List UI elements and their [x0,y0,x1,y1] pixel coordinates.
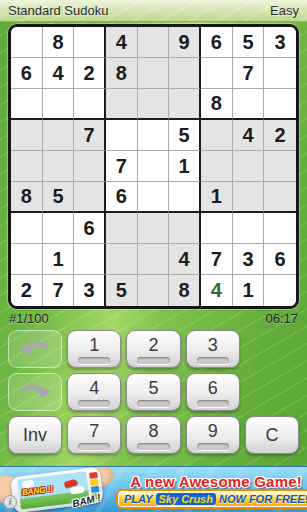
cell-r6c2[interactable]: 5 [43,182,75,213]
status-bar: #1/100 06:17 [0,309,307,328]
digit-button-6[interactable]: 6 [186,373,240,411]
cell-r6c5[interactable] [138,182,170,213]
digit-button-9[interactable]: 9 [186,416,240,454]
cell-r1c1[interactable] [11,27,43,58]
digit-button-1[interactable]: 1 [67,330,121,368]
cell-r9c4[interactable]: 5 [106,275,138,306]
cell-r8c6[interactable]: 4 [169,244,201,275]
cell-r6c4[interactable]: 6 [106,182,138,213]
cell-r2c2[interactable]: 4 [43,58,75,89]
undo-button[interactable] [8,330,62,368]
cell-r9c8[interactable]: 1 [233,275,265,306]
digit-label: 8 [148,423,158,440]
cell-r2c6[interactable] [169,58,201,89]
cell-r7c1[interactable] [11,213,43,244]
digit-progress-pill [78,400,110,407]
cell-r3c3[interactable] [74,89,106,120]
cell-r9c3[interactable]: 3 [74,275,106,306]
cell-r8c1[interactable] [11,244,43,275]
ad-cta-button[interactable]: PLAY Sky Crush NOW FOR FREE! [118,491,307,507]
digit-label: 2 [148,337,158,354]
cell-r5c8[interactable] [233,151,265,182]
digit-button-8[interactable]: 8 [126,416,180,454]
keypad-spacer [245,330,299,368]
cell-r4c3[interactable]: 7 [74,120,106,151]
undo-icon [17,334,53,364]
cell-r2c7[interactable] [201,58,233,89]
cell-r3c1[interactable] [11,89,43,120]
cell-r3c9[interactable] [264,89,296,120]
cell-r2c5[interactable] [138,58,170,89]
digit-button-3[interactable]: 3 [186,330,240,368]
cell-r3c8[interactable] [233,89,265,120]
cell-r1c9[interactable]: 3 [264,27,296,58]
cell-r4c6[interactable]: 5 [169,120,201,151]
cell-r4c4[interactable] [106,120,138,151]
redo-icon [17,377,53,407]
cell-r9c9[interactable] [264,275,296,306]
digit-progress-pill [137,400,169,407]
digit-label: 5 [148,380,158,397]
cell-r9c5[interactable] [138,275,170,306]
cell-r7c8[interactable] [233,213,265,244]
cell-r1c5[interactable] [138,27,170,58]
redo-button[interactable] [8,373,62,411]
cell-r8c7[interactable]: 7 [201,244,233,275]
digit-progress-pill [197,357,229,364]
cell-r8c5[interactable] [138,244,170,275]
cell-r7c4[interactable] [106,213,138,244]
cell-r6c7[interactable]: 1 [201,182,233,213]
digit-label: 7 [89,423,99,440]
digit-progress-pill [78,357,110,364]
cell-r4c9[interactable]: 2 [264,120,296,151]
cell-r1c4[interactable]: 4 [106,27,138,58]
cell-r3c4[interactable] [106,89,138,120]
cell-r7c3[interactable]: 6 [74,213,106,244]
invert-button[interactable]: Inv [8,416,62,454]
cell-r3c6[interactable] [169,89,201,120]
cell-r7c9[interactable] [264,213,296,244]
digit-label: 4 [89,380,99,397]
digit-button-2[interactable]: 2 [126,330,180,368]
cell-r4c2[interactable] [43,120,75,151]
digit-progress-pill [137,357,169,364]
cell-r1c2[interactable]: 8 [43,27,75,58]
cell-r5c1[interactable] [11,151,43,182]
cell-r8c9[interactable]: 6 [264,244,296,275]
cell-r4c5[interactable] [138,120,170,151]
cell-r6c8[interactable] [233,182,265,213]
cell-r3c5[interactable] [138,89,170,120]
cell-r1c3[interactable] [74,27,106,58]
keypad-spacer [245,373,299,411]
cell-r9c7[interactable]: 4 [201,275,233,306]
cell-r2c8[interactable]: 7 [233,58,265,89]
cloud-shape [70,485,85,494]
digit-label: 6 [208,380,218,397]
digit-progress-pill [197,443,229,450]
cta-free-text: NOW FOR FREE! [219,493,307,505]
cell-r2c4[interactable]: 8 [106,58,138,89]
cell-r8c8[interactable]: 3 [233,244,265,275]
digit-label: 9 [208,423,218,440]
cell-r3c7[interactable]: 8 [201,89,233,120]
cell-r9c2[interactable]: 7 [43,275,75,306]
info-icon[interactable]: i [3,495,17,509]
digit-button-5[interactable]: 5 [126,373,180,411]
digit-progress-pill [78,443,110,450]
cell-r7c2[interactable] [43,213,75,244]
keypad: 123456Inv789C [8,330,299,454]
digit-label: 1 [89,337,99,354]
digit-button-7[interactable]: 7 [67,416,121,454]
cell-r1c8[interactable]: 5 [233,27,265,58]
puzzle-counter: #1/100 [9,311,49,326]
cell-r5c7[interactable] [201,151,233,182]
app-screen: Standard Sudoku Easy 8496536428787542718… [0,0,307,512]
cell-r4c7[interactable] [201,120,233,151]
ad-illustration: BANG !! BAM ! [0,467,118,512]
cell-r2c3[interactable]: 2 [74,58,106,89]
cell-r5c6[interactable]: 1 [169,151,201,182]
cell-r3c2[interactable] [43,89,75,120]
cell-r5c3[interactable] [74,151,106,182]
cell-r1c7[interactable]: 6 [201,27,233,58]
ad-text-block: A new Awesome Game! PLAY Sky Crush NOW F… [118,467,307,512]
cell-r6c3[interactable] [74,182,106,213]
cell-r5c9[interactable] [264,151,296,182]
sudoku-board: 84965364287875427185616147362735841 [8,24,299,309]
cta-play-text: PLAY [124,493,153,505]
cell-r9c6[interactable]: 8 [169,275,201,306]
digit-label: 3 [208,337,218,354]
cell-r7c7[interactable] [201,213,233,244]
cell-r2c9[interactable] [264,58,296,89]
cell-r5c2[interactable] [43,151,75,182]
ad-banner[interactable]: BANG !! BAM ! A new Awesome Game! PLAY S… [0,466,307,512]
cell-r5c5[interactable] [138,151,170,182]
cell-r5c4[interactable]: 7 [106,151,138,182]
ad-headline: A new Awesome Game! [130,473,302,490]
cell-r8c2[interactable]: 1 [43,244,75,275]
cell-r6c9[interactable] [264,182,296,213]
digit-progress-pill [197,400,229,407]
cta-game-name: Sky Crush [156,493,216,505]
digit-button-4[interactable]: 4 [67,373,121,411]
timer: 06:17 [265,311,298,326]
title-bar: Standard Sudoku Easy [0,0,307,22]
difficulty-label: Easy [270,3,299,18]
cell-r4c1[interactable] [11,120,43,151]
cell-r6c1[interactable]: 8 [11,182,43,213]
cell-r1c6[interactable]: 9 [169,27,201,58]
digit-progress-pill [137,443,169,450]
cell-r7c5[interactable] [138,213,170,244]
cell-r6c6[interactable] [169,182,201,213]
cell-r2c1[interactable]: 6 [11,58,43,89]
cell-r9c1[interactable]: 2 [11,275,43,306]
clear-button[interactable]: C [245,416,299,454]
cell-r7c6[interactable] [169,213,201,244]
cell-r4c8[interactable]: 4 [233,120,265,151]
cell-r8c4[interactable] [106,244,138,275]
cell-r8c3[interactable] [74,244,106,275]
app-title: Standard Sudoku [8,3,108,18]
